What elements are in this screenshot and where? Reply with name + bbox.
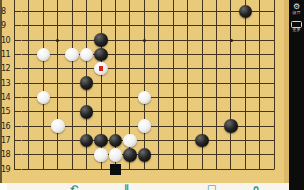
board-cell[interactable] [267,119,281,133]
board-cell[interactable] [152,47,166,61]
black-stone [80,105,94,119]
board-cell[interactable] [195,33,209,47]
board-cell[interactable] [253,148,267,162]
board-cell[interactable] [224,133,238,147]
board-cell[interactable] [224,105,238,119]
row-label: 15 [1,107,14,116]
board-cell[interactable] [152,90,166,104]
black-stone [138,148,152,162]
board-cell[interactable] [94,90,108,104]
board-cell[interactable] [51,133,65,147]
board-cell[interactable] [65,105,79,119]
board-cell[interactable] [152,19,166,33]
black-stone [94,134,108,148]
board-cell[interactable] [94,105,108,119]
board-cell[interactable] [152,33,166,47]
board-cell[interactable] [79,19,93,33]
board-cell[interactable] [65,162,79,176]
board-cell[interactable] [195,119,209,133]
black-stone [123,148,137,162]
board-cell[interactable] [253,105,267,119]
board-cell[interactable] [209,105,223,119]
board-cell[interactable] [209,133,223,147]
board-cell[interactable] [94,162,108,176]
board-cell[interactable] [123,62,137,76]
board-cell[interactable] [180,133,194,147]
board-cell[interactable] [195,148,209,162]
board-cell[interactable] [180,19,194,33]
board-cell[interactable] [267,62,281,76]
board-cell[interactable] [22,4,36,18]
board-cell[interactable] [152,119,166,133]
board-cell[interactable] [209,90,223,104]
board-cell[interactable] [180,4,194,18]
board-cell[interactable] [180,33,194,47]
board-cell[interactable] [36,133,50,147]
board-cell[interactable] [36,76,50,90]
board-cell[interactable] [137,62,151,76]
board-cell[interactable] [123,76,137,90]
board-cell[interactable] [123,105,137,119]
board-cell[interactable] [22,162,36,176]
toolbar-corner-patch [0,183,7,190]
board-cell[interactable] [22,47,36,61]
board-cell[interactable] [180,76,194,90]
board-cell[interactable] [224,47,238,61]
board-cell[interactable] [22,148,36,162]
board-cell[interactable] [51,62,65,76]
board-cell[interactable] [137,162,151,176]
right-sidebar: ⚙ 设置 更多 [289,0,304,190]
board-cell[interactable] [238,19,252,33]
board-cell[interactable] [51,76,65,90]
board-cell[interactable] [123,119,137,133]
board-cell[interactable] [267,47,281,61]
board-cell[interactable] [209,148,223,162]
row-label: 17 [1,136,14,145]
settings-button[interactable]: ⚙ 设置 [289,2,304,16]
board-cell[interactable] [123,162,137,176]
board-cell[interactable] [209,62,223,76]
board-cell[interactable] [137,105,151,119]
black-stone [94,33,108,47]
board-cell[interactable] [166,119,180,133]
board-cell[interactable] [180,62,194,76]
board-cell[interactable] [65,148,79,162]
board-cell[interactable] [209,119,223,133]
board-cell[interactable] [267,133,281,147]
board-cell[interactable] [166,33,180,47]
board-cell[interactable] [94,4,108,18]
board-cell[interactable] [51,90,65,104]
board-cell[interactable] [180,105,194,119]
board-cell[interactable] [224,62,238,76]
board-cell[interactable] [22,90,36,104]
board-cell[interactable] [123,19,137,33]
board-cell[interactable] [108,105,122,119]
white-stone [37,91,51,105]
board-cell[interactable] [253,19,267,33]
board-cell[interactable] [94,76,108,90]
board-cell[interactable] [51,148,65,162]
board-cell[interactable] [123,47,137,61]
board-cell[interactable] [65,76,79,90]
board-cell[interactable] [253,62,267,76]
board-cell[interactable] [137,47,151,61]
black-stone [224,119,238,133]
board-cell[interactable] [238,148,252,162]
white-stone [65,48,79,62]
board-cell[interactable] [36,33,50,47]
black-stone [195,134,209,148]
board-cell[interactable] [22,119,36,133]
board-cell[interactable] [51,162,65,176]
board-cell[interactable] [65,4,79,18]
board-cell[interactable] [22,33,36,47]
board-cell[interactable] [36,162,50,176]
board-cell[interactable] [65,19,79,33]
board-cell[interactable] [195,47,209,61]
board-cell[interactable] [253,119,267,133]
row-label: 9 [1,21,14,30]
board-cell[interactable] [137,19,151,33]
board-cell[interactable] [238,62,252,76]
board-cell[interactable] [94,19,108,33]
board-cell[interactable] [22,133,36,147]
square-icon[interactable]: □ [207,183,216,190]
board-cell[interactable] [224,162,238,176]
board-cell[interactable] [224,76,238,90]
board-cell[interactable] [36,105,50,119]
board-cell[interactable] [65,33,79,47]
board-cell[interactable] [65,62,79,76]
board-cell[interactable] [65,119,79,133]
board-cell[interactable] [36,119,50,133]
board-cell[interactable] [267,19,281,33]
board-cell[interactable] [137,76,151,90]
board-cell[interactable] [166,162,180,176]
board-cell[interactable] [108,119,122,133]
board-cell[interactable] [123,90,137,104]
arc-icon[interactable]: ∩ [252,183,260,190]
star-point [56,39,59,42]
white-stone [37,48,51,62]
board-cell[interactable] [51,4,65,18]
board-cell[interactable] [180,47,194,61]
board-cell[interactable] [166,62,180,76]
board-cell[interactable] [253,90,267,104]
board-cell[interactable] [238,133,252,147]
board-cell[interactable] [79,33,93,47]
board-cell[interactable] [267,4,281,18]
star-point [230,39,233,42]
board-cell[interactable] [152,162,166,176]
white-stone [94,148,108,162]
board-cell[interactable] [195,62,209,76]
board-cell[interactable] [195,105,209,119]
board-cell[interactable] [22,19,36,33]
last-move-marker [99,66,104,71]
board-cell[interactable] [65,133,79,147]
row-label: 16 [1,122,14,131]
row-label: 12 [1,64,14,73]
go-board[interactable]: 78910111213141516171819 [0,0,289,183]
white-stone [51,119,65,133]
board-cell[interactable] [238,105,252,119]
board-cell[interactable] [195,162,209,176]
board-cell[interactable] [267,148,281,162]
row-label: 11 [1,50,14,59]
board-cell[interactable] [166,19,180,33]
board-cell[interactable] [267,76,281,90]
board-cell[interactable] [253,47,267,61]
star-point [143,39,146,42]
board-cell[interactable] [22,105,36,119]
board-cell[interactable] [137,4,151,18]
board-cell[interactable] [108,4,122,18]
row-label: 19 [1,165,14,174]
board-cell[interactable] [152,133,166,147]
row-label: 13 [1,79,14,88]
board-cell[interactable] [238,33,252,47]
board-cell[interactable] [253,162,267,176]
board-cell[interactable] [36,148,50,162]
board-cell[interactable] [79,4,93,18]
board-cell[interactable] [108,47,122,61]
board-cell[interactable] [94,119,108,133]
board-cell[interactable] [166,148,180,162]
board-cell[interactable] [36,19,50,33]
board-cell[interactable] [79,90,93,104]
board-cell[interactable] [180,162,194,176]
board-cell[interactable] [267,105,281,119]
board-cell[interactable] [152,4,166,18]
pause-icon[interactable]: ∥ [124,183,129,190]
board-cell[interactable] [166,76,180,90]
board-cell[interactable] [152,76,166,90]
board-cell[interactable] [123,33,137,47]
board-cell[interactable] [108,33,122,47]
board-cell[interactable] [267,33,281,47]
board-cell[interactable] [253,76,267,90]
bottom-toolbar: ↶∥□∩ [0,183,289,190]
board-cell[interactable] [108,62,122,76]
more-label: 更多 [290,28,303,32]
board-cell[interactable] [224,19,238,33]
white-stone [138,119,152,133]
board-cell[interactable] [224,4,238,18]
board-cell[interactable] [152,148,166,162]
board-cell[interactable] [79,148,93,162]
board-cell[interactable] [238,90,252,104]
board-cell[interactable] [267,162,281,176]
board-cell[interactable] [166,133,180,147]
board-cell[interactable] [195,76,209,90]
board-cell[interactable] [79,119,93,133]
board-cell[interactable] [224,148,238,162]
board-cell[interactable] [224,90,238,104]
row-label: 14 [1,93,14,102]
board-cell[interactable] [22,62,36,76]
row-label: 8 [1,7,14,16]
board-cell[interactable] [238,162,252,176]
board-cell[interactable] [51,105,65,119]
board-cell[interactable] [108,76,122,90]
board-cell[interactable] [22,76,36,90]
board-cell[interactable] [166,47,180,61]
board-cell[interactable] [166,4,180,18]
board-cell[interactable] [238,119,252,133]
white-stone [123,134,137,148]
board-cell[interactable] [209,162,223,176]
board-cell[interactable] [51,19,65,33]
board-cell[interactable] [65,90,79,104]
board-cell[interactable] [152,62,166,76]
row-label: 10 [1,36,14,45]
board-cell[interactable] [195,4,209,18]
board-cell[interactable] [209,76,223,90]
board-cell[interactable] [51,47,65,61]
board-cell[interactable] [209,19,223,33]
board-cell[interactable] [36,62,50,76]
board-cell[interactable] [195,90,209,104]
board-cell[interactable] [180,90,194,104]
board-cell[interactable] [253,33,267,47]
board-cell[interactable] [180,119,194,133]
board-cell[interactable] [137,133,151,147]
undo-icon[interactable]: ↶ [70,183,78,190]
board-cell[interactable] [238,76,252,90]
black-stone [94,48,108,62]
white-stone [109,148,123,162]
board-cell[interactable] [166,90,180,104]
board-cell[interactable] [209,47,223,61]
board-cell[interactable] [267,90,281,104]
settings-label: 设置 [290,11,303,15]
board-cell[interactable] [108,90,122,104]
row-label: 7 [1,0,14,1]
board-cell[interactable] [79,162,93,176]
board-cell[interactable] [253,4,267,18]
board-cell[interactable] [79,62,93,76]
black-square-marker [110,164,121,175]
board-cell[interactable] [238,47,252,61]
board-cell[interactable] [123,4,137,18]
board-cell[interactable] [152,105,166,119]
board-cell[interactable] [180,148,194,162]
board-cell[interactable] [36,4,50,18]
more-button[interactable]: 更多 [289,20,304,33]
board-cell[interactable] [209,33,223,47]
row-label: 18 [1,150,14,159]
board-cell[interactable] [166,105,180,119]
board-cell[interactable] [195,19,209,33]
board-cell[interactable] [209,4,223,18]
board-cell[interactable] [108,19,122,33]
board-cell[interactable] [253,133,267,147]
